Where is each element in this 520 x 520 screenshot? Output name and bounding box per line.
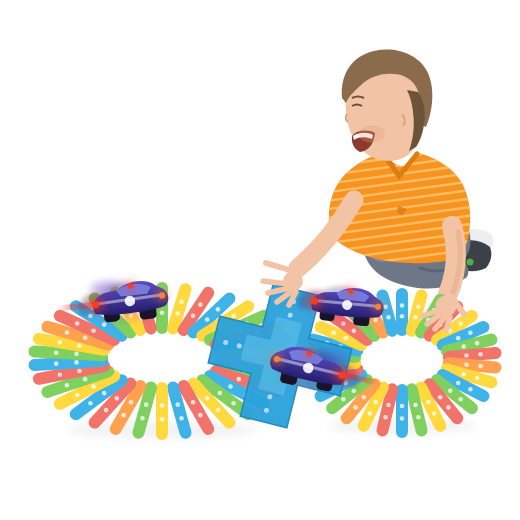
segment-hole bbox=[198, 413, 203, 418]
segment-hole bbox=[237, 377, 242, 382]
segment-hole bbox=[468, 330, 473, 335]
segment-hole bbox=[478, 352, 483, 357]
segment-hole bbox=[83, 336, 88, 341]
segment-hole bbox=[102, 391, 107, 396]
segment-hole bbox=[218, 391, 223, 396]
segment-hole bbox=[426, 400, 431, 405]
segment-hole bbox=[102, 322, 107, 327]
segment-hole bbox=[129, 400, 134, 405]
segment-hole bbox=[58, 372, 63, 377]
segment-hole bbox=[175, 402, 180, 407]
segment-hole bbox=[160, 311, 165, 316]
segment-hole bbox=[461, 372, 466, 377]
segment-hole bbox=[478, 364, 483, 369]
segment-hole bbox=[74, 352, 79, 357]
segment-hole bbox=[456, 336, 461, 341]
segment-hole bbox=[58, 340, 63, 345]
segment-hole bbox=[228, 384, 233, 389]
segment-hole bbox=[344, 336, 349, 341]
sneaker-lace-accent bbox=[467, 259, 474, 266]
segment-hole bbox=[77, 343, 82, 348]
segment-hole bbox=[75, 321, 80, 326]
segment-hole bbox=[83, 377, 88, 382]
segment-hole bbox=[160, 417, 165, 422]
segment-hole bbox=[400, 303, 405, 308]
segment-hole bbox=[475, 376, 480, 381]
segment-hole bbox=[341, 321, 346, 326]
segment-hole bbox=[140, 416, 145, 421]
segment-hole bbox=[386, 403, 391, 408]
segment-hole bbox=[54, 350, 59, 355]
segment-hole bbox=[373, 400, 378, 405]
track-segment bbox=[449, 353, 496, 357]
segment-hole bbox=[88, 401, 93, 406]
segment-hole bbox=[175, 311, 180, 316]
segment-hole bbox=[413, 403, 418, 408]
segment-hole bbox=[432, 411, 437, 416]
segment-hole bbox=[413, 315, 418, 320]
segment-hole bbox=[191, 314, 196, 319]
track-segment bbox=[35, 361, 103, 365]
segment-hole bbox=[179, 416, 184, 421]
segment-hole bbox=[65, 330, 70, 335]
segment-hole bbox=[231, 401, 236, 406]
segment-hole bbox=[104, 408, 109, 413]
segment-hole bbox=[216, 307, 221, 312]
segment-hole bbox=[416, 304, 421, 309]
segment-hole bbox=[144, 402, 149, 407]
segment-hole bbox=[75, 393, 80, 398]
segment-hole bbox=[461, 344, 466, 349]
segment-hole bbox=[121, 413, 126, 418]
segment-hole bbox=[216, 408, 221, 413]
segment-hole bbox=[448, 388, 453, 393]
segment-hole bbox=[446, 405, 451, 410]
segment-hole bbox=[54, 361, 59, 366]
segment-hole bbox=[464, 353, 469, 358]
segment-hole bbox=[191, 400, 196, 405]
segment-hole bbox=[458, 321, 463, 326]
segment-hole bbox=[205, 396, 210, 401]
segment-hole bbox=[198, 302, 203, 307]
segment-hole bbox=[115, 396, 120, 401]
segment-hole bbox=[386, 315, 391, 320]
segment-hole bbox=[400, 404, 405, 409]
boy-figure bbox=[298, 50, 493, 294]
segment-hole bbox=[74, 360, 79, 365]
segment-hole bbox=[160, 403, 165, 408]
segment-hole bbox=[368, 411, 373, 416]
segment-hole bbox=[353, 405, 358, 410]
segment-hole bbox=[91, 328, 96, 333]
segment-hole bbox=[438, 395, 443, 400]
segment-hole bbox=[65, 383, 70, 388]
segment-hole bbox=[468, 387, 473, 392]
segment-hole bbox=[464, 363, 469, 368]
segment-hole bbox=[77, 369, 82, 374]
segment-hole bbox=[383, 415, 388, 420]
segment-hole bbox=[362, 395, 367, 400]
segment-hole bbox=[458, 397, 463, 402]
scene-canvas bbox=[0, 0, 520, 520]
segment-hole bbox=[456, 381, 461, 386]
segment-hole bbox=[373, 318, 378, 323]
boy-head bbox=[342, 50, 433, 161]
segment-hole bbox=[400, 416, 405, 421]
segment-hole bbox=[179, 299, 184, 304]
cheek-shade bbox=[359, 125, 385, 143]
segment-hole bbox=[351, 388, 356, 393]
segment-hole bbox=[351, 328, 356, 333]
segment-hole bbox=[91, 384, 96, 389]
segment-hole bbox=[416, 415, 421, 420]
segment-hole bbox=[341, 397, 346, 402]
product-photo bbox=[0, 0, 520, 520]
segment-hole bbox=[231, 313, 236, 318]
segment-hole bbox=[400, 314, 405, 319]
segment-hole bbox=[475, 341, 480, 346]
segment-hole bbox=[331, 330, 336, 335]
segment-hole bbox=[205, 317, 210, 322]
